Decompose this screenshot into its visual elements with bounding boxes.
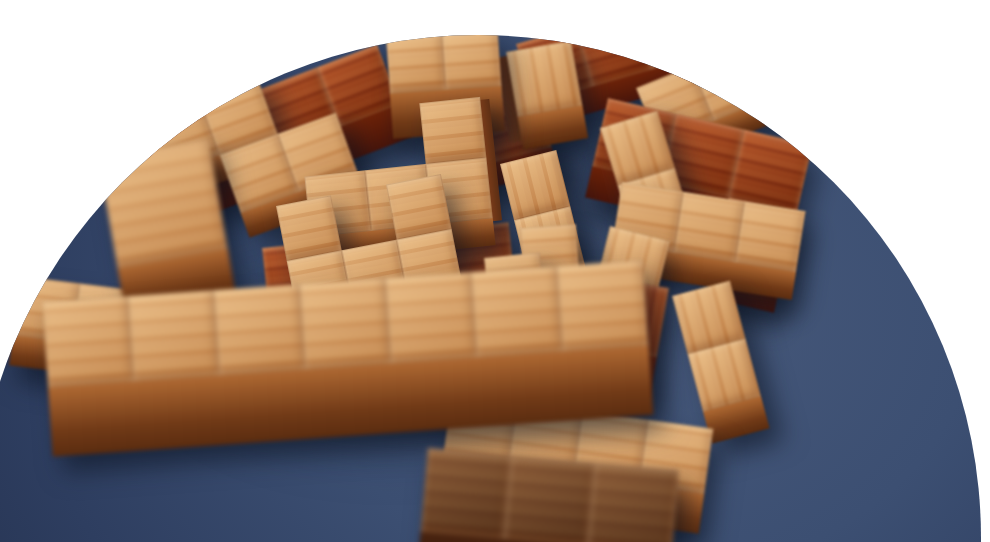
wood-block-front-face bbox=[48, 381, 139, 457]
wood-block-top-face bbox=[557, 260, 649, 352]
wood-block-top-face bbox=[635, 0, 712, 69]
wood-block-top-face bbox=[504, 455, 595, 542]
wood-block-top-face bbox=[588, 463, 679, 542]
wood-block-top-face bbox=[421, 448, 512, 539]
wood-block-top-face bbox=[471, 266, 563, 358]
wood-block-top-face bbox=[747, 21, 825, 99]
wood-block-top-face bbox=[214, 284, 306, 376]
wood-block-front-face bbox=[391, 357, 482, 433]
wood-block-top-face bbox=[442, 30, 502, 90]
wood-block-front-face bbox=[563, 345, 654, 421]
wood-block-top-face bbox=[735, 201, 806, 272]
wood-block-top-face bbox=[674, 192, 745, 263]
wood-block-top-face bbox=[386, 34, 446, 94]
wood-block-front-face bbox=[769, 75, 834, 121]
wood-block-front-face bbox=[477, 351, 568, 427]
photo-canvas bbox=[0, 0, 990, 542]
wood-block-top-face bbox=[299, 278, 391, 370]
wood-block-top-face bbox=[385, 272, 477, 364]
wood-block-top-face bbox=[128, 290, 220, 382]
wood-block-front-face bbox=[134, 375, 225, 451]
wood-block-front-face bbox=[220, 369, 311, 445]
wood-block-top-face bbox=[98, 139, 228, 269]
wood-block-top-face bbox=[419, 97, 486, 164]
circular-photo bbox=[0, 0, 990, 542]
wood-block-front-face bbox=[305, 363, 396, 439]
wood-block-top-face bbox=[42, 296, 134, 388]
wood-block-top-face bbox=[506, 41, 582, 117]
